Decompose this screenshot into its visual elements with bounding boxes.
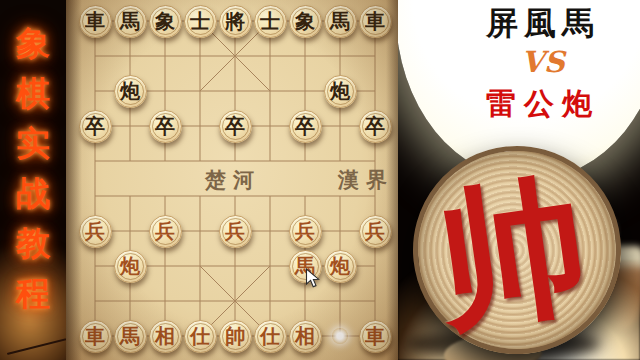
decor-general-char: 帅	[400, 139, 624, 360]
red-piece-車-file8-rank9[interactable]: 車	[359, 320, 392, 353]
red-piece-帥-file4-rank9[interactable]: 帥	[219, 320, 252, 353]
black-piece-象-file6-rank0[interactable]: 象	[289, 5, 322, 38]
left-banner: 象棋实战教程	[0, 0, 66, 360]
banner-char-1: 棋	[0, 72, 66, 114]
red-piece-仕-file3-rank9[interactable]: 仕	[184, 320, 217, 353]
red-piece-兵-file4-rank6[interactable]: 兵	[219, 215, 252, 248]
banner-char-0: 象	[0, 22, 66, 64]
red-piece-兵-file8-rank6[interactable]: 兵	[359, 215, 392, 248]
red-piece-車-file0-rank9[interactable]: 車	[79, 320, 112, 353]
black-piece-炮-file1-rank2[interactable]: 炮	[114, 75, 147, 108]
black-piece-卒-file2-rank3[interactable]: 卒	[149, 110, 182, 143]
black-piece-將-file4-rank0[interactable]: 將	[219, 5, 252, 38]
black-piece-炮-file7-rank2[interactable]: 炮	[324, 75, 357, 108]
decor-general-piece: 帅	[403, 136, 632, 360]
black-piece-車-file0-rank0[interactable]: 車	[79, 5, 112, 38]
video-frame: 象棋实战教程 楚河 漢界 車馬象士將士象馬車炮炮卒卒卒卒卒兵兵兵兵兵炮馬炮車馬相…	[0, 0, 640, 360]
red-piece-炮-file1-rank7[interactable]: 炮	[114, 250, 147, 283]
red-piece-相-file6-rank9[interactable]: 相	[289, 320, 322, 353]
black-piece-車-file8-rank0[interactable]: 車	[359, 5, 392, 38]
title-opening-red: 屏風馬	[433, 2, 640, 46]
black-piece-士-file5-rank0[interactable]: 士	[254, 5, 287, 38]
red-piece-兵-file6-rank6[interactable]: 兵	[289, 215, 322, 248]
black-piece-士-file3-rank0[interactable]: 士	[184, 5, 217, 38]
banner-char-3: 战	[0, 172, 66, 214]
red-piece-兵-file0-rank6[interactable]: 兵	[79, 215, 112, 248]
mouse-cursor-icon	[305, 268, 320, 289]
black-piece-卒-file4-rank3[interactable]: 卒	[219, 110, 252, 143]
title-opening-black: 雷公炮	[433, 84, 640, 125]
pieces-layer: 車馬象士將士象馬車炮炮卒卒卒卒卒兵兵兵兵兵炮馬炮車馬相仕帥仕相車	[66, 0, 398, 360]
black-piece-卒-file0-rank3[interactable]: 卒	[79, 110, 112, 143]
black-piece-馬-file7-rank0[interactable]: 馬	[324, 5, 357, 38]
black-piece-卒-file8-rank3[interactable]: 卒	[359, 110, 392, 143]
black-piece-卒-file6-rank3[interactable]: 卒	[289, 110, 322, 143]
red-piece-炮-file7-rank7[interactable]: 炮	[324, 250, 357, 283]
title-vs: VS	[433, 45, 640, 79]
red-piece-相-file2-rank9[interactable]: 相	[149, 320, 182, 353]
banner-char-2: 实	[0, 122, 66, 164]
black-piece-象-file2-rank0[interactable]: 象	[149, 5, 182, 38]
red-piece-仕-file5-rank9[interactable]: 仕	[254, 320, 287, 353]
banner-char-5: 程	[0, 272, 66, 314]
xiangqi-board[interactable]: 楚河 漢界 車馬象士將士象馬車炮炮卒卒卒卒卒兵兵兵兵兵炮馬炮車馬相仕帥仕相車	[66, 0, 398, 360]
vertical-title: 象棋实战教程	[0, 0, 66, 314]
red-piece-兵-file2-rank6[interactable]: 兵	[149, 215, 182, 248]
banner-char-4: 教	[0, 222, 66, 264]
black-piece-馬-file1-rank0[interactable]: 馬	[114, 5, 147, 38]
red-piece-馬-file1-rank9[interactable]: 馬	[114, 320, 147, 353]
photo-panel: 帅 屏風馬 VS 雷公炮	[398, 0, 640, 360]
